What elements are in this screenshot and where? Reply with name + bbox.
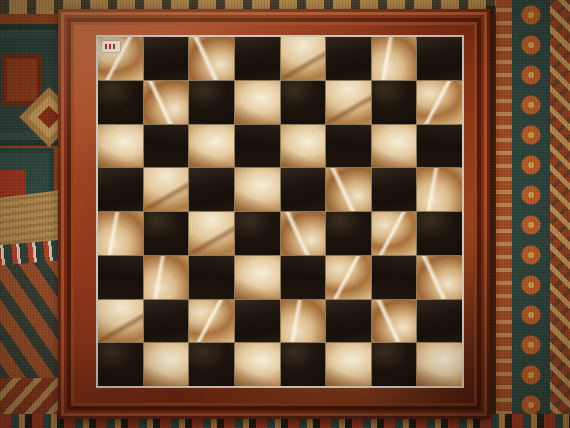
square-g6[interactable] [372, 125, 417, 168]
square-a3[interactable] [98, 256, 143, 299]
square-g2[interactable] [372, 300, 417, 343]
square-g1[interactable] [372, 343, 417, 386]
square-e7[interactable] [281, 81, 326, 124]
square-d4[interactable] [235, 212, 280, 255]
maker-sticker [102, 41, 120, 52]
carpet-medallion-center [2, 54, 42, 106]
chessboard [98, 37, 462, 386]
square-d1[interactable] [235, 343, 280, 386]
square-c8[interactable] [189, 37, 234, 80]
square-c1[interactable] [189, 343, 234, 386]
square-a2[interactable] [98, 300, 143, 343]
square-e2[interactable] [281, 300, 326, 343]
square-a6[interactable] [98, 125, 143, 168]
square-c2[interactable] [189, 300, 234, 343]
square-c5[interactable] [189, 168, 234, 211]
square-d7[interactable] [235, 81, 280, 124]
square-e3[interactable] [281, 256, 326, 299]
square-f3[interactable] [326, 256, 371, 299]
square-h3[interactable] [417, 256, 462, 299]
square-e4[interactable] [281, 212, 326, 255]
square-b5[interactable] [144, 168, 189, 211]
square-h4[interactable] [417, 212, 462, 255]
square-a8[interactable] [98, 37, 143, 80]
square-g3[interactable] [372, 256, 417, 299]
square-b8[interactable] [144, 37, 189, 80]
square-b4[interactable] [144, 212, 189, 255]
square-f8[interactable] [326, 37, 371, 80]
square-a7[interactable] [98, 81, 143, 124]
square-c3[interactable] [189, 256, 234, 299]
square-d5[interactable] [235, 168, 280, 211]
square-h8[interactable] [417, 37, 462, 80]
square-h6[interactable] [417, 125, 462, 168]
square-f4[interactable] [326, 212, 371, 255]
square-h2[interactable] [417, 300, 462, 343]
square-c6[interactable] [189, 125, 234, 168]
carpet-right-rust-stripe [496, 0, 512, 428]
square-e8[interactable] [281, 37, 326, 80]
square-e5[interactable] [281, 168, 326, 211]
board-inner-trim [96, 35, 464, 388]
square-h7[interactable] [417, 81, 462, 124]
wooden-frame [58, 9, 490, 419]
square-b7[interactable] [144, 81, 189, 124]
square-e6[interactable] [281, 125, 326, 168]
square-c7[interactable] [189, 81, 234, 124]
square-d3[interactable] [235, 256, 280, 299]
square-g7[interactable] [372, 81, 417, 124]
carpet-right-zigzag-stripe [550, 0, 570, 428]
square-b1[interactable] [144, 343, 189, 386]
carpet-diamond-center [38, 106, 61, 129]
carpet-right-motif-stripe [512, 0, 550, 428]
square-g5[interactable] [372, 168, 417, 211]
square-b2[interactable] [144, 300, 189, 343]
square-g8[interactable] [372, 37, 417, 80]
square-a1[interactable] [98, 343, 143, 386]
square-f7[interactable] [326, 81, 371, 124]
square-h5[interactable] [417, 168, 462, 211]
square-h1[interactable] [417, 343, 462, 386]
square-e1[interactable] [281, 343, 326, 386]
square-b6[interactable] [144, 125, 189, 168]
maker-sticker-mark [105, 44, 117, 49]
square-f2[interactable] [326, 300, 371, 343]
square-f1[interactable] [326, 343, 371, 386]
square-d6[interactable] [235, 125, 280, 168]
square-f6[interactable] [326, 125, 371, 168]
square-a4[interactable] [98, 212, 143, 255]
square-b3[interactable] [144, 256, 189, 299]
square-d8[interactable] [235, 37, 280, 80]
square-a5[interactable] [98, 168, 143, 211]
square-f5[interactable] [326, 168, 371, 211]
square-c4[interactable] [189, 212, 234, 255]
square-d2[interactable] [235, 300, 280, 343]
square-g4[interactable] [372, 212, 417, 255]
